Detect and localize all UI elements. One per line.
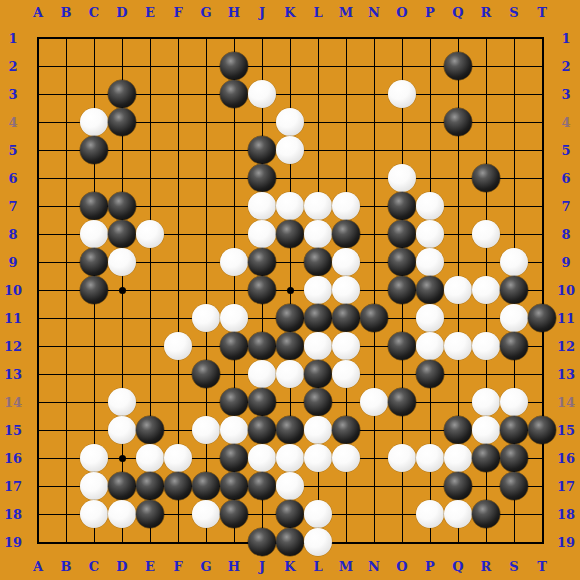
row-label-right: 13 — [557, 367, 575, 382]
white-stone — [444, 276, 472, 304]
column-label-top: B — [61, 5, 72, 20]
black-stone — [276, 332, 304, 360]
column-label-top: J — [259, 5, 265, 20]
white-stone — [192, 304, 220, 332]
white-stone — [276, 444, 304, 472]
black-stone — [248, 388, 276, 416]
row-label-right: 11 — [557, 311, 575, 326]
black-stone — [220, 80, 248, 108]
column-label-bottom: F — [173, 559, 182, 574]
black-stone — [164, 472, 192, 500]
white-stone — [472, 332, 500, 360]
row-label-right: 12 — [557, 339, 575, 354]
black-stone — [276, 528, 304, 556]
white-stone — [108, 416, 136, 444]
white-stone — [108, 248, 136, 276]
row-label-left: 5 — [8, 143, 17, 158]
column-label-top: C — [89, 5, 99, 20]
white-stone — [276, 472, 304, 500]
black-stone — [444, 52, 472, 80]
black-stone — [80, 192, 108, 220]
white-stone — [416, 192, 444, 220]
black-stone — [248, 248, 276, 276]
star-point — [119, 455, 126, 462]
black-stone — [220, 388, 248, 416]
black-stone — [416, 276, 444, 304]
white-stone — [192, 416, 220, 444]
black-stone — [388, 332, 416, 360]
row-label-left: 7 — [8, 199, 17, 214]
white-stone — [304, 416, 332, 444]
column-label-bottom: R — [481, 559, 492, 574]
black-stone — [136, 416, 164, 444]
black-stone — [332, 416, 360, 444]
white-stone — [444, 444, 472, 472]
white-stone — [472, 220, 500, 248]
white-stone — [416, 500, 444, 528]
column-label-bottom: K — [284, 559, 295, 574]
white-stone — [416, 220, 444, 248]
column-label-bottom: O — [396, 559, 407, 574]
column-label-bottom: L — [313, 559, 322, 574]
black-stone — [220, 472, 248, 500]
column-label-top: T — [537, 5, 547, 20]
black-stone — [388, 192, 416, 220]
black-stone — [444, 416, 472, 444]
black-stone — [136, 500, 164, 528]
black-stone — [276, 304, 304, 332]
white-stone — [80, 500, 108, 528]
black-stone — [304, 388, 332, 416]
black-stone — [388, 388, 416, 416]
white-stone — [164, 332, 192, 360]
black-stone — [388, 220, 416, 248]
white-stone — [136, 444, 164, 472]
black-stone — [304, 248, 332, 276]
column-label-top: G — [200, 5, 211, 20]
white-stone — [472, 276, 500, 304]
row-label-right: 1 — [561, 31, 570, 46]
white-stone — [388, 444, 416, 472]
white-stone — [332, 444, 360, 472]
column-label-bottom: P — [425, 559, 435, 574]
row-label-right: 3 — [561, 87, 570, 102]
column-label-bottom: B — [61, 559, 72, 574]
row-label-left: 3 — [8, 87, 17, 102]
column-label-top: H — [228, 5, 240, 20]
star-point — [287, 287, 294, 294]
row-label-left: 2 — [8, 59, 17, 74]
row-label-right: 18 — [557, 507, 575, 522]
black-stone — [472, 164, 500, 192]
black-stone — [248, 416, 276, 444]
white-stone — [500, 388, 528, 416]
row-label-right: 10 — [557, 283, 575, 298]
white-stone — [444, 500, 472, 528]
white-stone — [220, 304, 248, 332]
black-stone — [108, 220, 136, 248]
black-stone — [136, 472, 164, 500]
column-label-bottom: H — [228, 559, 240, 574]
star-point — [119, 287, 126, 294]
white-stone — [332, 248, 360, 276]
white-stone — [304, 500, 332, 528]
black-stone — [360, 304, 388, 332]
black-stone — [500, 416, 528, 444]
white-stone — [304, 444, 332, 472]
white-stone — [416, 444, 444, 472]
black-stone — [500, 332, 528, 360]
row-label-left: 17 — [4, 479, 22, 494]
black-stone — [332, 220, 360, 248]
black-stone — [108, 80, 136, 108]
white-stone — [248, 220, 276, 248]
white-stone — [304, 528, 332, 556]
row-label-right: 8 — [561, 227, 570, 242]
white-stone — [276, 108, 304, 136]
black-stone — [276, 500, 304, 528]
row-label-right: 14 — [557, 395, 575, 410]
white-stone — [388, 80, 416, 108]
white-stone — [472, 416, 500, 444]
black-stone — [108, 192, 136, 220]
white-stone — [248, 360, 276, 388]
black-stone — [276, 416, 304, 444]
white-stone — [80, 108, 108, 136]
black-stone — [220, 444, 248, 472]
white-stone — [388, 164, 416, 192]
black-stone — [332, 304, 360, 332]
black-stone — [80, 248, 108, 276]
row-label-right: 15 — [557, 423, 575, 438]
black-stone — [304, 304, 332, 332]
column-label-top: P — [425, 5, 435, 20]
white-stone — [304, 220, 332, 248]
white-stone — [80, 444, 108, 472]
column-label-top: L — [313, 5, 322, 20]
column-label-top: S — [509, 5, 518, 20]
white-stone — [108, 500, 136, 528]
row-label-right: 17 — [557, 479, 575, 494]
black-stone — [528, 416, 556, 444]
white-stone — [248, 80, 276, 108]
white-stone — [276, 360, 304, 388]
black-stone — [248, 332, 276, 360]
black-stone — [248, 528, 276, 556]
white-stone — [416, 332, 444, 360]
white-stone — [164, 444, 192, 472]
go-board[interactable]: AABBCCDDEEFFGGHHJJKKLLMMNNOOPPQQRRSSTT11… — [0, 0, 580, 580]
column-label-bottom: J — [259, 559, 265, 574]
black-stone — [220, 52, 248, 80]
row-label-right: 2 — [561, 59, 570, 74]
black-stone — [276, 220, 304, 248]
white-stone — [276, 136, 304, 164]
row-label-left: 18 — [4, 507, 22, 522]
white-stone — [248, 192, 276, 220]
row-label-right: 6 — [561, 171, 570, 186]
column-label-bottom: D — [116, 559, 127, 574]
column-label-bottom: S — [509, 559, 518, 574]
column-label-bottom: C — [89, 559, 99, 574]
row-label-right: 16 — [557, 451, 575, 466]
row-label-left: 1 — [8, 31, 17, 46]
black-stone — [80, 276, 108, 304]
row-label-left: 6 — [8, 171, 17, 186]
white-stone — [108, 388, 136, 416]
white-stone — [80, 472, 108, 500]
white-stone — [248, 444, 276, 472]
black-stone — [192, 472, 220, 500]
column-label-bottom: A — [33, 559, 43, 574]
white-stone — [332, 276, 360, 304]
black-stone — [248, 472, 276, 500]
black-stone — [248, 136, 276, 164]
white-stone — [444, 332, 472, 360]
column-label-top: E — [145, 5, 155, 20]
row-label-right: 9 — [561, 255, 570, 270]
white-stone — [500, 248, 528, 276]
row-label-left: 12 — [4, 339, 22, 354]
white-stone — [416, 304, 444, 332]
row-label-left: 19 — [4, 535, 22, 550]
white-stone — [360, 388, 388, 416]
black-stone — [388, 248, 416, 276]
black-stone — [220, 332, 248, 360]
white-stone — [304, 276, 332, 304]
black-stone — [192, 360, 220, 388]
black-stone — [388, 276, 416, 304]
black-stone — [304, 360, 332, 388]
row-label-left: 11 — [4, 311, 22, 326]
row-label-left: 13 — [4, 367, 22, 382]
black-stone — [472, 500, 500, 528]
black-stone — [416, 360, 444, 388]
white-stone — [332, 360, 360, 388]
black-stone — [444, 472, 472, 500]
black-stone — [80, 136, 108, 164]
column-label-bottom: M — [339, 559, 353, 574]
row-label-left: 9 — [8, 255, 17, 270]
white-stone — [500, 304, 528, 332]
white-stone — [136, 220, 164, 248]
column-label-top: D — [116, 5, 127, 20]
white-stone — [304, 192, 332, 220]
column-label-top: O — [396, 5, 407, 20]
white-stone — [332, 192, 360, 220]
black-stone — [108, 472, 136, 500]
black-stone — [472, 444, 500, 472]
column-label-bottom: E — [145, 559, 155, 574]
column-label-bottom: N — [368, 559, 380, 574]
column-label-bottom: Q — [452, 559, 463, 574]
row-label-left: 15 — [4, 423, 22, 438]
column-label-top: Q — [452, 5, 463, 20]
row-label-left: 8 — [8, 227, 17, 242]
column-label-top: N — [368, 5, 380, 20]
black-stone — [528, 304, 556, 332]
row-label-right: 5 — [561, 143, 570, 158]
white-stone — [80, 220, 108, 248]
row-label-left: 4 — [8, 115, 17, 130]
black-stone — [248, 276, 276, 304]
column-label-top: M — [339, 5, 353, 20]
row-label-left: 16 — [4, 451, 22, 466]
black-stone — [500, 276, 528, 304]
white-stone — [472, 388, 500, 416]
white-stone — [220, 416, 248, 444]
black-stone — [500, 444, 528, 472]
white-stone — [220, 248, 248, 276]
white-stone — [304, 332, 332, 360]
white-stone — [276, 192, 304, 220]
row-label-right: 19 — [557, 535, 575, 550]
column-label-top: F — [173, 5, 182, 20]
row-label-left: 10 — [4, 283, 22, 298]
column-label-top: A — [33, 5, 43, 20]
black-stone — [220, 500, 248, 528]
column-label-bottom: G — [200, 559, 211, 574]
white-stone — [192, 500, 220, 528]
row-label-right: 7 — [561, 199, 570, 214]
column-label-top: K — [284, 5, 295, 20]
black-stone — [500, 472, 528, 500]
white-stone — [332, 332, 360, 360]
row-label-left: 14 — [4, 395, 22, 410]
column-label-bottom: T — [537, 559, 547, 574]
black-stone — [248, 164, 276, 192]
row-label-right: 4 — [561, 115, 570, 130]
black-stone — [108, 108, 136, 136]
black-stone — [444, 108, 472, 136]
column-label-top: R — [481, 5, 492, 20]
white-stone — [416, 248, 444, 276]
